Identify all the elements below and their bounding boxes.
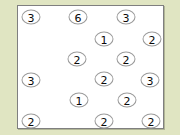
puzzle-canvas: 363122232312222 xyxy=(0,0,180,135)
island-r1c5[interactable]: 3 xyxy=(117,10,136,25)
island-number: 6 xyxy=(75,11,82,23)
island-number: 1 xyxy=(101,33,108,45)
island-r5c3[interactable]: 1 xyxy=(70,93,89,108)
island-number: 2 xyxy=(101,73,108,85)
island-number: 2 xyxy=(74,53,81,65)
island-r4c1[interactable]: 3 xyxy=(22,73,41,88)
island-number: 3 xyxy=(28,11,35,23)
island-number: 2 xyxy=(149,33,156,45)
island-r3c5[interactable]: 2 xyxy=(117,52,136,67)
island-r2c6[interactable]: 2 xyxy=(143,32,162,47)
island-number: 3 xyxy=(28,74,35,86)
island-number: 1 xyxy=(76,94,83,106)
island-number: 3 xyxy=(147,74,154,86)
hashi-board: 363122232312222 xyxy=(17,5,164,129)
island-number: 2 xyxy=(148,115,155,127)
island-r1c1[interactable]: 3 xyxy=(22,10,41,25)
island-r4c4[interactable]: 2 xyxy=(95,72,114,87)
island-r3c3[interactable]: 2 xyxy=(68,52,87,67)
island-r5c5[interactable]: 2 xyxy=(118,93,137,108)
island-number: 3 xyxy=(123,11,130,23)
island-number: 2 xyxy=(123,53,130,65)
island-number: 2 xyxy=(101,115,108,127)
island-r4c6[interactable]: 3 xyxy=(141,73,160,88)
island-r2c4[interactable]: 1 xyxy=(95,32,114,47)
island-number: 2 xyxy=(28,115,35,127)
island-number: 2 xyxy=(124,94,131,106)
island-r6c4[interactable]: 2 xyxy=(95,114,114,129)
island-r6c1[interactable]: 2 xyxy=(22,114,41,129)
island-r6c6[interactable]: 2 xyxy=(142,114,161,129)
island-r1c3[interactable]: 6 xyxy=(69,10,88,25)
